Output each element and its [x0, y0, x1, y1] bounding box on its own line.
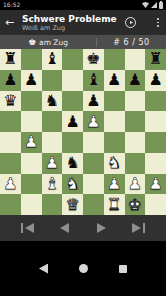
square-b1[interactable]: [21, 194, 42, 215]
black-pawn-piece: ♟: [128, 72, 142, 88]
android-home-button[interactable]: [79, 264, 88, 273]
square-g4[interactable]: [125, 132, 146, 153]
status-bar: 16:52: [0, 0, 166, 10]
square-c3[interactable]: ♟: [42, 153, 63, 174]
puzzle-counter-wrap: # 6 / 50: [97, 38, 166, 47]
black-knight-piece: ♞: [45, 93, 59, 109]
square-h6[interactable]: [145, 91, 166, 112]
status-time: 16:52: [3, 0, 20, 10]
square-a1[interactable]: [0, 194, 21, 215]
square-g5[interactable]: [125, 111, 146, 132]
android-back-button[interactable]: [39, 264, 48, 274]
square-f2[interactable]: ♟: [104, 174, 125, 195]
square-g2[interactable]: ♟: [125, 174, 146, 195]
black-pawn-piece: ♟: [148, 72, 162, 88]
turn-indicator: ♚ am Zug: [0, 35, 96, 49]
step-back-button[interactable]: [54, 220, 74, 236]
square-b4[interactable]: ♟: [21, 132, 42, 153]
square-b2[interactable]: [21, 174, 42, 195]
black-pawn-piece: ♟: [3, 72, 17, 88]
square-g7[interactable]: ♟: [125, 70, 146, 91]
square-d5[interactable]: ♟: [62, 111, 83, 132]
white-bishop-piece: ♝: [45, 176, 59, 192]
square-h3[interactable]: [145, 153, 166, 174]
square-d7[interactable]: [62, 70, 83, 91]
android-nav-bar: [0, 241, 166, 296]
black-queen-piece: ♛: [3, 93, 17, 109]
page-title: Schwere Probleme: [22, 14, 120, 24]
square-d1[interactable]: ♛: [62, 194, 83, 215]
square-e1[interactable]: [83, 194, 104, 215]
square-g3[interactable]: [125, 153, 146, 174]
square-f4[interactable]: [104, 132, 125, 153]
black-king-piece: ♚: [86, 51, 100, 67]
title-block: Schwere Probleme Weiß am Zug: [22, 14, 120, 32]
overflow-menu-icon[interactable]: [155, 18, 161, 26]
square-a5[interactable]: [0, 111, 21, 132]
square-b5[interactable]: [21, 111, 42, 132]
square-e5[interactable]: ♟: [83, 111, 104, 132]
white-pawn-piece: ♟: [148, 176, 162, 192]
grid-icon[interactable]: [141, 18, 150, 27]
square-c2[interactable]: ♝: [42, 174, 63, 195]
black-pawn-piece: ♟: [107, 72, 121, 88]
square-f8[interactable]: [104, 49, 125, 70]
square-e6[interactable]: ♟: [83, 91, 104, 112]
black-bishop-piece: ♝: [45, 51, 59, 67]
square-a6[interactable]: ♛: [0, 91, 21, 112]
black-knight-piece: ♞: [65, 155, 79, 171]
square-d6[interactable]: [62, 91, 83, 112]
square-e7[interactable]: ♝: [83, 70, 104, 91]
page-subtitle: Weiß am Zug: [22, 24, 120, 32]
square-a3[interactable]: [0, 153, 21, 174]
black-rook-piece: ♜: [3, 51, 17, 67]
square-e3[interactable]: [83, 153, 104, 174]
white-pawn-piece: ♟: [3, 176, 17, 192]
play-circle-icon[interactable]: [125, 17, 136, 28]
chess-puzzle-app: 16:52 ← Schwere Probleme Weiß am Zug ♚ a…: [0, 0, 166, 296]
black-bishop-piece: ♝: [86, 72, 100, 88]
square-g1[interactable]: ♚: [125, 194, 146, 215]
android-recents-button[interactable]: [119, 265, 127, 273]
square-c8[interactable]: ♝: [42, 49, 63, 70]
square-e4[interactable]: [83, 132, 104, 153]
wifi-icon: [142, 2, 149, 8]
square-b8[interactable]: [21, 49, 42, 70]
square-h4[interactable]: [145, 132, 166, 153]
square-b6[interactable]: [21, 91, 42, 112]
square-h7[interactable]: ♟: [145, 70, 166, 91]
signal-icon: [151, 2, 157, 8]
square-d8[interactable]: [62, 49, 83, 70]
puzzle-counter: # 6 / 50: [113, 38, 149, 47]
square-c7[interactable]: [42, 70, 63, 91]
black-pawn-piece: ♟: [65, 114, 79, 130]
square-h5[interactable]: [145, 111, 166, 132]
square-a4[interactable]: [0, 132, 21, 153]
square-h2[interactable]: ♟: [145, 174, 166, 195]
white-pawn-piece: ♟: [45, 155, 59, 171]
square-a8[interactable]: ♜: [0, 49, 21, 70]
square-b7[interactable]: ♟: [21, 70, 42, 91]
black-pawn-piece: ♟: [24, 72, 38, 88]
status-icons: [142, 2, 163, 9]
white-pawn-piece: ♟: [24, 134, 38, 150]
white-pawn-piece: ♟: [107, 176, 121, 192]
square-f5[interactable]: [104, 111, 125, 132]
white-knight-piece: ♞: [65, 176, 79, 192]
square-a2[interactable]: ♟: [0, 174, 21, 195]
square-g6[interactable]: [125, 91, 146, 112]
white-queen-piece: ♛: [65, 197, 79, 213]
turn-label: am Zug: [39, 38, 68, 47]
move-toolbar: [0, 215, 166, 241]
square-b3[interactable]: [21, 153, 42, 174]
square-a7[interactable]: ♟: [0, 70, 21, 91]
black-pawn-piece: ♟: [86, 93, 100, 109]
step-forward-button[interactable]: [92, 220, 112, 236]
white-pawn-piece: ♟: [86, 114, 100, 130]
square-c6[interactable]: ♞: [42, 91, 63, 112]
square-c1[interactable]: [42, 194, 63, 215]
square-h8[interactable]: ♜: [145, 49, 166, 70]
white-rook-piece: ♜: [107, 197, 121, 213]
square-e8[interactable]: ♚: [83, 49, 104, 70]
skip-to-start-button[interactable]: [17, 220, 37, 236]
square-c4[interactable]: [42, 132, 63, 153]
square-f3[interactable]: ♞: [104, 153, 125, 174]
skip-to-end-button[interactable]: [129, 220, 149, 236]
back-arrow-icon[interactable]: ←: [5, 10, 17, 35]
turn-bar: ♚ am Zug # 6 / 50: [0, 35, 166, 49]
square-d2[interactable]: ♞: [62, 174, 83, 195]
app-bar: ← Schwere Probleme Weiß am Zug: [0, 10, 166, 35]
white-king-icon: ♚: [28, 35, 36, 49]
white-pawn-piece: ♟: [128, 176, 142, 192]
square-h1[interactable]: [145, 194, 166, 215]
chess-board: ♜♝♚♜♟♟♝♟♟♟♛♞♟♟♟♟♟♞♞♟♝♞♟♟♟♛♜♚: [0, 49, 166, 215]
square-f7[interactable]: ♟: [104, 70, 125, 91]
square-f1[interactable]: ♜: [104, 194, 125, 215]
square-g8[interactable]: [125, 49, 146, 70]
square-d4[interactable]: [62, 132, 83, 153]
square-c5[interactable]: [42, 111, 63, 132]
battery-icon: [159, 2, 163, 9]
square-f6[interactable]: [104, 91, 125, 112]
square-e2[interactable]: [83, 174, 104, 195]
white-knight-piece: ♞: [107, 155, 121, 171]
black-rook-piece: ♜: [148, 51, 162, 67]
white-king-piece: ♚: [128, 197, 142, 213]
square-d3[interactable]: ♞: [62, 153, 83, 174]
